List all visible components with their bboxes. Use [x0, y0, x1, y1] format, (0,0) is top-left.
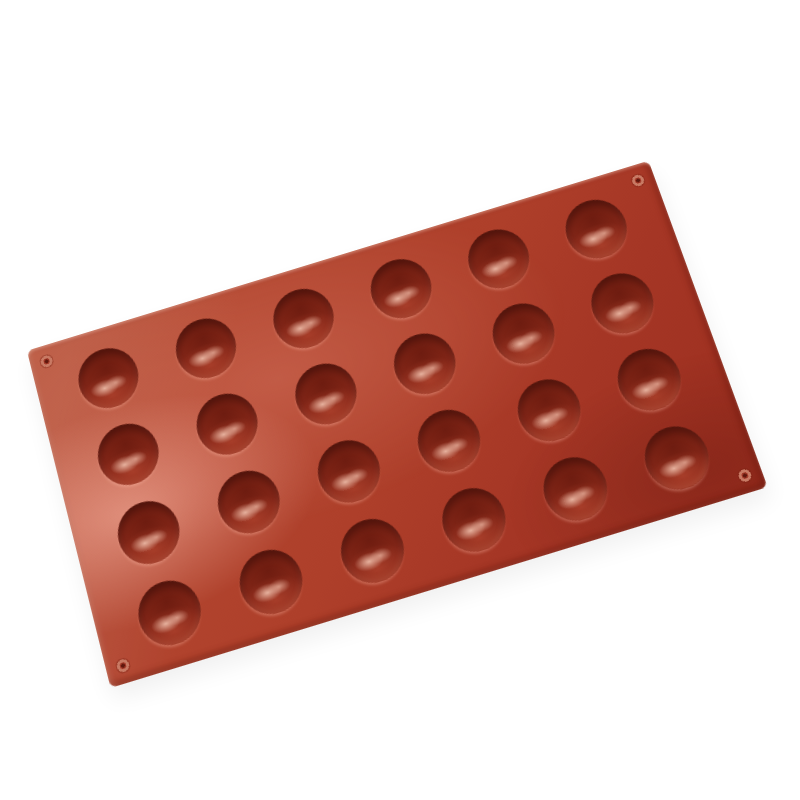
mold-cavity-r4c6 — [636, 419, 718, 497]
mold-cavity-r3c6 — [609, 341, 689, 418]
mold-cavity-r1c6 — [558, 192, 636, 265]
mold-cavity-r1c1 — [72, 341, 145, 416]
mold-cavity-r1c3 — [266, 281, 341, 355]
mold-cavity-r4c5 — [535, 449, 616, 528]
silicone-mold — [27, 161, 768, 688]
cavity-grid — [27, 161, 768, 688]
mold-cavity-r3c1 — [111, 493, 186, 571]
mold-cavity-r1c5 — [460, 222, 537, 296]
mold-cavity-r2c4 — [386, 326, 463, 402]
mold-cavity-r2c2 — [190, 386, 265, 462]
mold-cavity-r2c3 — [288, 356, 364, 432]
mold-cavity-r3c4 — [410, 402, 488, 479]
mold-cavity-r4c4 — [434, 480, 514, 559]
mold-cavity-r2c1 — [91, 416, 165, 492]
mold-cavity-r3c5 — [510, 372, 589, 449]
mold-cavity-r3c3 — [310, 433, 387, 511]
mold-cavity-r4c2 — [232, 542, 310, 622]
mold-cavity-r1c4 — [363, 252, 439, 326]
mold-cavity-r4c3 — [333, 511, 412, 590]
photo-background — [0, 0, 800, 800]
mold-cavity-r4c1 — [131, 573, 208, 653]
mold-cavity-r1c2 — [169, 311, 243, 385]
mold-cavity-r3c2 — [211, 463, 287, 541]
mold-cavity-r2c5 — [485, 296, 563, 371]
mold-cavity-r2c6 — [583, 266, 662, 341]
